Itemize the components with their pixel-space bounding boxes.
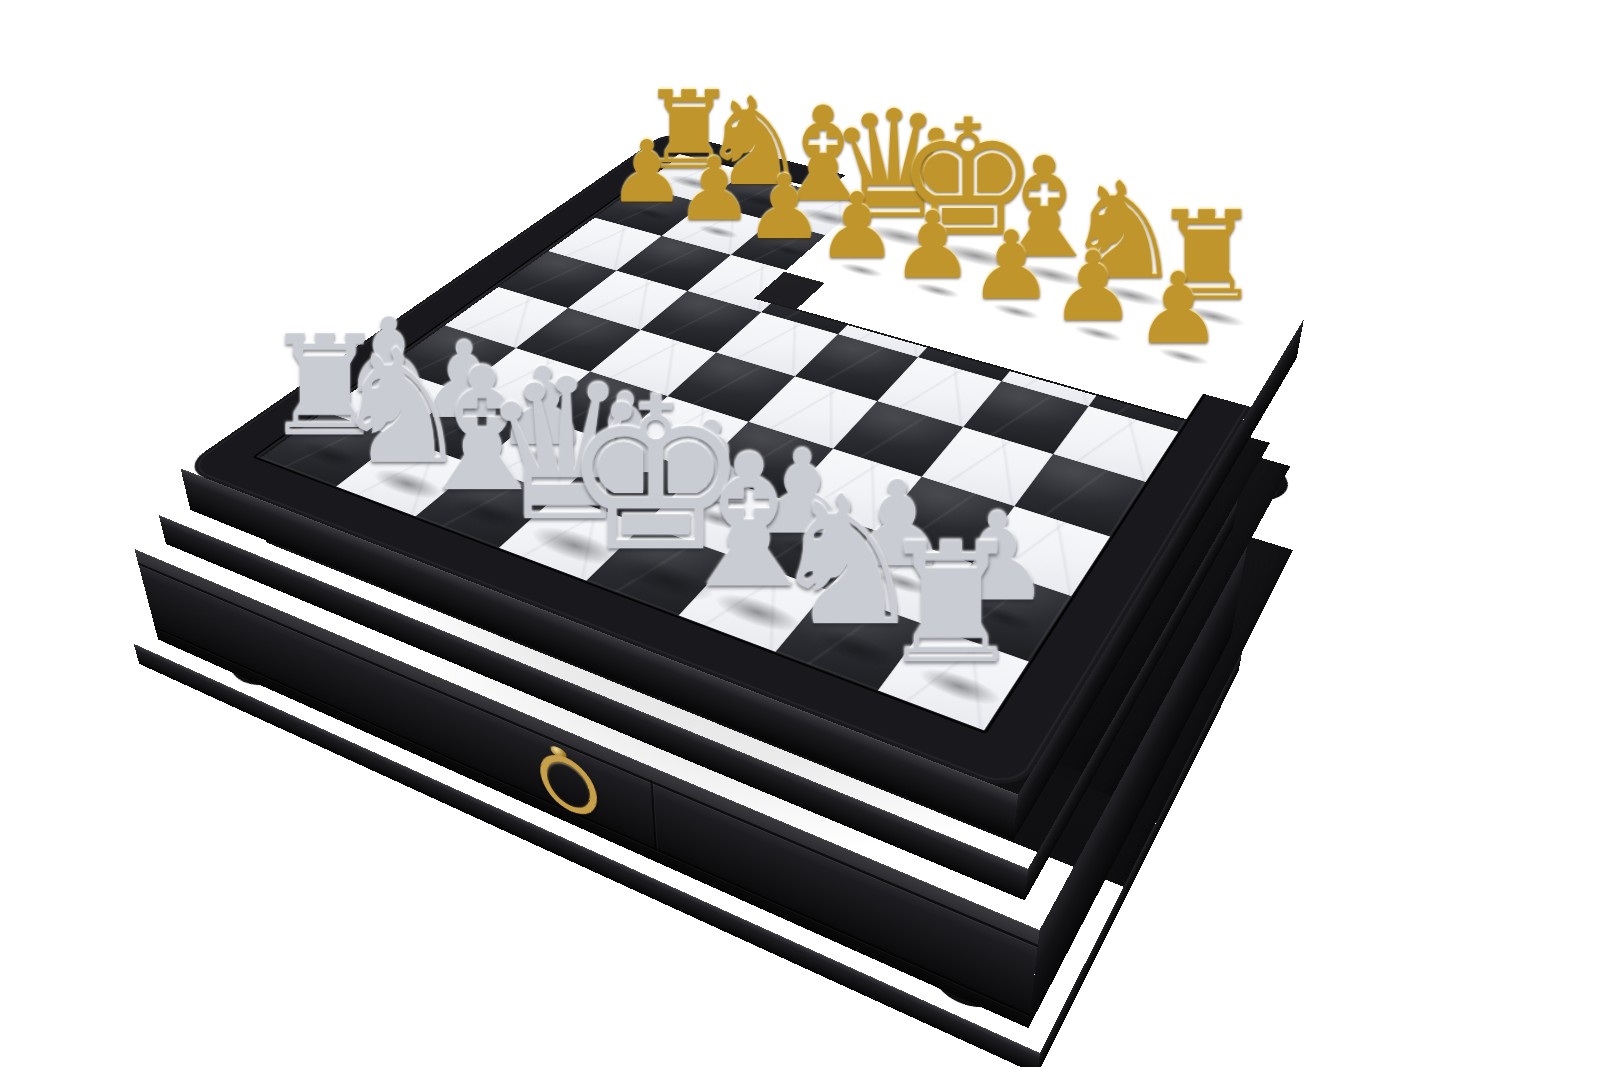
drawer-seam xyxy=(650,780,656,851)
gold-pawn-icon: ♟ xyxy=(675,150,753,230)
gold-pawn-icon: ♟ xyxy=(608,133,685,212)
gold-pawn-icon: ♟ xyxy=(969,223,1054,310)
gold-pawn-icon: ♟ xyxy=(1050,243,1136,332)
gold-pawn-icon: ♟ xyxy=(744,167,824,249)
product-photo-scene: ♜♞♝♛♚♝♞♜♟♟♟♟♟♟♟♟♟♟♟♟♟♟♟♟♜♞♝♛♚♝♞♜ xyxy=(0,0,1600,1067)
silver-rook-icon: ♜ xyxy=(877,529,1025,681)
gold-pawn-icon: ♟ xyxy=(1134,264,1222,354)
gold-pawn-icon: ♟ xyxy=(891,203,974,288)
gold-pawn-icon: ♟ xyxy=(816,185,897,268)
